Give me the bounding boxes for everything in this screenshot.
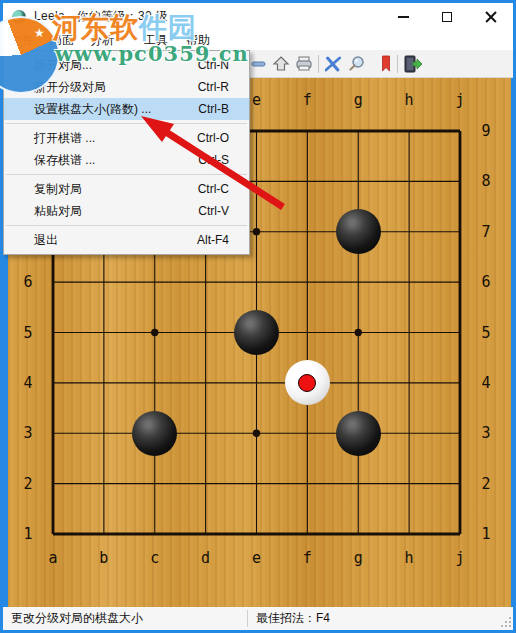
- minimize-icon: [398, 16, 409, 18]
- minus-icon[interactable]: [249, 54, 269, 74]
- menubar-item-file[interactable]: 文件: [8, 31, 36, 49]
- menu-item-copy-game[interactable]: 复制对局Ctrl-C: [4, 178, 249, 200]
- coord-label-right-7: 7: [481, 223, 490, 241]
- coord-label-top-f: f: [303, 91, 312, 109]
- menu-item-new-game[interactable]: 新开对局...Ctrl-N: [4, 54, 249, 76]
- coord-label-left-3: 3: [23, 424, 32, 442]
- coord-label-left-6: 6: [23, 273, 32, 291]
- maximize-button[interactable]: [425, 3, 469, 30]
- black-stone-c3: [132, 411, 177, 456]
- coord-label-bottom-b: b: [99, 549, 108, 567]
- bookmark-icon[interactable]: [376, 54, 396, 74]
- menubar-item-position[interactable]: 局面: [48, 31, 76, 49]
- menu-separator: [6, 225, 247, 226]
- menu-separator: [6, 174, 247, 175]
- coord-label-bottom-h: h: [405, 549, 414, 567]
- coord-label-bottom-d: d: [201, 549, 210, 567]
- file-menu-popup: 新开对局...Ctrl-N 新开分级对局Ctrl-R 设置棋盘大小(路数) ..…: [3, 50, 250, 255]
- minimize-button[interactable]: [381, 3, 425, 30]
- coord-label-bottom-c: c: [150, 549, 159, 567]
- coord-label-bottom-j: j: [455, 549, 464, 567]
- last-move-marker: [298, 374, 316, 392]
- resize-grip[interactable]: [501, 617, 511, 627]
- menubar-item-tools[interactable]: 工具: [142, 31, 170, 49]
- maximize-icon: [442, 12, 452, 22]
- menubar: 文件 局面 分析 工具 帮助: [3, 30, 513, 50]
- menubar-item-analysis[interactable]: 分析: [88, 31, 116, 49]
- toolbar-separator: [318, 55, 319, 73]
- coord-label-bottom-a: a: [48, 549, 57, 567]
- leela-window: Leela - 你的等级：30 级 文件 局面 分析 工具 帮助: [0, 0, 516, 633]
- menu-item-new-rated-game[interactable]: 新开分级对局Ctrl-R: [4, 76, 249, 98]
- status-hint-text: 更改分级对局的棋盘大小: [3, 610, 247, 627]
- menu-item-paste-game[interactable]: 粘贴对局Ctrl-V: [4, 200, 249, 222]
- coord-label-right-1: 1: [481, 525, 490, 543]
- coord-label-top-e: e: [252, 91, 261, 109]
- up-arrow-icon[interactable]: [271, 54, 291, 74]
- exit-door-icon[interactable]: [403, 54, 423, 74]
- magnifier-icon[interactable]: [347, 54, 367, 74]
- coord-label-bottom-e: e: [252, 549, 261, 567]
- menu-item-exit[interactable]: 退出Alt-F4: [4, 229, 249, 251]
- window-title: Leela - 你的等级：30 级: [34, 8, 168, 25]
- coord-label-left-4: 4: [23, 374, 32, 392]
- black-stone-g3: [336, 411, 381, 456]
- white-stone-f4: [285, 360, 330, 405]
- menu-item-set-board-size[interactable]: 设置棋盘大小(路数) ...Ctrl-B: [4, 98, 249, 120]
- black-stone-g7: [336, 209, 381, 254]
- coord-label-right-2: 2: [481, 475, 490, 493]
- close-icon: [485, 11, 497, 23]
- coord-label-right-4: 4: [481, 374, 490, 392]
- coord-label-right-3: 3: [481, 424, 490, 442]
- coord-label-right-8: 8: [481, 172, 490, 190]
- cut-x-icon[interactable]: [324, 54, 344, 74]
- coord-label-right-6: 6: [481, 273, 490, 291]
- coord-label-right-5: 5: [481, 324, 490, 342]
- printer-icon[interactable]: [294, 54, 314, 74]
- coord-label-bottom-g: g: [354, 549, 363, 567]
- status-best-move: 最佳招法：F4: [247, 610, 513, 627]
- coord-label-left-2: 2: [23, 475, 32, 493]
- menu-separator: [6, 123, 247, 124]
- coord-label-right-9: 9: [481, 122, 490, 140]
- black-stone-e5: [234, 310, 279, 355]
- close-button[interactable]: [469, 3, 513, 30]
- coord-label-bottom-f: f: [303, 549, 312, 567]
- coord-label-top-j: j: [455, 91, 464, 109]
- coord-label-top-g: g: [354, 91, 363, 109]
- titlebar: Leela - 你的等级：30 级: [3, 3, 513, 30]
- app-icon: [12, 10, 26, 24]
- menu-item-open-sgf[interactable]: 打开棋谱 ...Ctrl-O: [4, 127, 249, 149]
- coord-label-left-5: 5: [23, 324, 32, 342]
- statusbar: 更改分级对局的棋盘大小 最佳招法：F4: [3, 607, 513, 630]
- toolbar-separator: [397, 55, 398, 73]
- coord-label-left-1: 1: [23, 525, 32, 543]
- menubar-item-help[interactable]: 帮助: [184, 31, 212, 49]
- coord-label-top-h: h: [405, 91, 414, 109]
- menu-item-save-sgf[interactable]: 保存棋谱 ...Ctrl-S: [4, 149, 249, 171]
